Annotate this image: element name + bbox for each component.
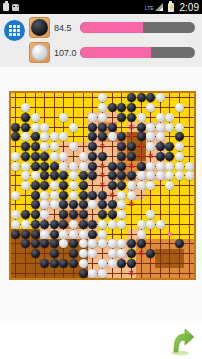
board-point-7-19[interactable]: [184, 151, 194, 161]
board-point-1-11[interactable]: [107, 93, 117, 103]
board-point-3-4[interactable]: [40, 112, 50, 122]
forward-arrow-button[interactable]: [166, 326, 196, 356]
board-point-9-4[interactable]: [40, 171, 50, 181]
board-point-7-7[interactable]: [69, 151, 79, 161]
board-point-14-12[interactable]: [117, 220, 127, 230]
board-point-8-8[interactable]: [78, 161, 88, 171]
board-point-10-4[interactable]: [40, 181, 50, 191]
board-point-3-10[interactable]: [98, 112, 108, 122]
board-point-13-11[interactable]: [107, 210, 117, 220]
board-point-5-5[interactable]: [50, 132, 60, 142]
board-point-3-16[interactable]: [155, 112, 165, 122]
board-point-18-1[interactable]: [11, 259, 21, 269]
board-point-3-5[interactable]: [50, 112, 60, 122]
board-point-1-19[interactable]: [184, 93, 194, 103]
board-point-5-16[interactable]: [155, 132, 165, 142]
board-point-14-5[interactable]: [50, 220, 60, 230]
board-point-19-8[interactable]: [78, 268, 88, 278]
board-point-4-18[interactable]: [175, 122, 185, 132]
board-point-14-14[interactable]: [136, 220, 146, 230]
board-point-15-19[interactable]: [184, 229, 194, 239]
board-point-9-3[interactable]: [30, 171, 40, 181]
board-point-5-11[interactable]: [107, 132, 117, 142]
board-point-3-2[interactable]: [21, 112, 31, 122]
board-point-2-7[interactable]: [69, 103, 79, 113]
board-point-10-17[interactable]: [165, 181, 175, 191]
board-point-8-2[interactable]: [21, 161, 31, 171]
board-point-5-7[interactable]: [69, 132, 79, 142]
board-point-1-5[interactable]: [50, 93, 60, 103]
board-point-12-1[interactable]: [11, 200, 21, 210]
board-point-12-16[interactable]: [155, 200, 165, 210]
board-point-17-2[interactable]: [21, 249, 31, 259]
board-point-17-7[interactable]: [69, 249, 79, 259]
board-point-4-4[interactable]: [40, 122, 50, 132]
board-point-5-8[interactable]: [78, 132, 88, 142]
board-point-18-4[interactable]: [40, 259, 50, 269]
board-point-19-12[interactable]: [117, 268, 127, 278]
board-point-11-16[interactable]: [155, 190, 165, 200]
board-point-17-19[interactable]: [184, 249, 194, 259]
board-point-8-14[interactable]: [136, 161, 146, 171]
board-point-1-8[interactable]: [78, 93, 88, 103]
go-board[interactable]: ××××××××××××××: [9, 91, 196, 280]
board-point-2-12[interactable]: [117, 103, 127, 113]
board-point-5-18[interactable]: [175, 132, 185, 142]
board-point-18-6[interactable]: [59, 259, 69, 269]
board-point-13-2[interactable]: [21, 210, 31, 220]
board-point-18-5[interactable]: [50, 259, 60, 269]
board-point-16-17[interactable]: [165, 239, 175, 249]
board-point-2-9[interactable]: [88, 103, 98, 113]
board-point-19-2[interactable]: [21, 268, 31, 278]
board-point-14-3[interactable]: [30, 220, 40, 230]
board-point-17-13[interactable]: [127, 249, 137, 259]
board-point-3-9[interactable]: [88, 112, 98, 122]
board-point-2-15[interactable]: [146, 103, 156, 113]
board-point-14-13[interactable]: [127, 220, 137, 230]
board-point-10-5[interactable]: [50, 181, 60, 191]
board-point-9-12[interactable]: [117, 171, 127, 181]
board-point-13-14[interactable]: [136, 210, 146, 220]
board-point-9-9[interactable]: [88, 171, 98, 181]
board-point-10-12[interactable]: [117, 181, 127, 191]
board-point-13-1[interactable]: [11, 210, 21, 220]
board-point-18-16[interactable]: [155, 259, 165, 269]
board-point-6-17[interactable]: [165, 142, 175, 152]
board-point-9-15[interactable]: [146, 171, 156, 181]
board-point-7-10[interactable]: [98, 151, 108, 161]
board-point-9-5[interactable]: [50, 171, 60, 181]
board-point-12-13[interactable]: ×: [127, 200, 137, 210]
board-point-1-7[interactable]: [69, 93, 79, 103]
board-point-7-17[interactable]: [165, 151, 175, 161]
board-point-17-14[interactable]: ×: [136, 249, 146, 259]
board-point-3-3[interactable]: [30, 112, 40, 122]
board-point-15-10[interactable]: [98, 229, 108, 239]
board-point-8-3[interactable]: [30, 161, 40, 171]
board-point-6-3[interactable]: [30, 142, 40, 152]
black-player-avatar[interactable]: [29, 17, 50, 38]
board-point-5-6[interactable]: [59, 132, 69, 142]
board-point-13-9[interactable]: [88, 210, 98, 220]
board-point-2-10[interactable]: [98, 103, 108, 113]
board-point-9-14[interactable]: [136, 171, 146, 181]
board-point-15-8[interactable]: [78, 229, 88, 239]
board-point-19-9[interactable]: [88, 268, 98, 278]
board-point-7-2[interactable]: [21, 151, 31, 161]
board-point-19-7[interactable]: [69, 268, 79, 278]
board-point-16-6[interactable]: [59, 239, 69, 249]
board-point-10-1[interactable]: [11, 181, 21, 191]
board-point-18-14[interactable]: [136, 259, 146, 269]
board-point-11-9[interactable]: [88, 190, 98, 200]
board-point-11-7[interactable]: [69, 190, 79, 200]
board-point-19-15[interactable]: [146, 268, 156, 278]
board-point-18-3[interactable]: [30, 259, 40, 269]
board-point-18-11[interactable]: [107, 259, 117, 269]
board-point-12-7[interactable]: [69, 200, 79, 210]
board-point-17-15[interactable]: [146, 249, 156, 259]
board-point-10-9[interactable]: [88, 181, 98, 191]
board-point-17-6[interactable]: [59, 249, 69, 259]
board-point-9-8[interactable]: [78, 171, 88, 181]
board-point-7-16[interactable]: [155, 151, 165, 161]
board-point-14-17[interactable]: [165, 220, 175, 230]
board-point-6-18[interactable]: [175, 142, 185, 152]
board-point-12-8[interactable]: [78, 200, 88, 210]
board-point-15-4[interactable]: [40, 229, 50, 239]
board-point-2-17[interactable]: [165, 103, 175, 113]
board-point-11-17[interactable]: [165, 190, 175, 200]
board-point-3-18[interactable]: [175, 112, 185, 122]
board-point-19-3[interactable]: [30, 268, 40, 278]
board-point-18-17[interactable]: [165, 259, 175, 269]
board-point-16-15[interactable]: [146, 239, 156, 249]
board-point-13-16[interactable]: [155, 210, 165, 220]
board-point-6-4[interactable]: [40, 142, 50, 152]
board-point-3-14[interactable]: [136, 112, 146, 122]
board-point-11-19[interactable]: [184, 190, 194, 200]
board-point-14-19[interactable]: [184, 220, 194, 230]
board-point-4-1[interactable]: [11, 122, 21, 132]
board-point-15-7[interactable]: [69, 229, 79, 239]
board-point-4-2[interactable]: [21, 122, 31, 132]
board-point-5-1[interactable]: [11, 132, 21, 142]
board-point-12-10[interactable]: [98, 200, 108, 210]
board-point-14-2[interactable]: [21, 220, 31, 230]
board-point-10-2[interactable]: [21, 181, 31, 191]
board-point-17-12[interactable]: [117, 249, 127, 259]
board-point-7-13[interactable]: [127, 151, 137, 161]
board-point-4-16[interactable]: [155, 122, 165, 132]
board-point-15-6[interactable]: [59, 229, 69, 239]
board-point-2-5[interactable]: [50, 103, 60, 113]
board-point-14-6[interactable]: [59, 220, 69, 230]
board-point-12-5[interactable]: [50, 200, 60, 210]
board-point-13-15[interactable]: [146, 210, 156, 220]
board-point-2-13[interactable]: [127, 103, 137, 113]
board-point-3-19[interactable]: [184, 112, 194, 122]
board-point-9-13[interactable]: [127, 171, 137, 181]
board-point-7-12[interactable]: [117, 151, 127, 161]
board-point-18-2[interactable]: [21, 259, 31, 269]
board-point-7-9[interactable]: [88, 151, 98, 161]
board-point-4-15[interactable]: [146, 122, 156, 132]
board-point-19-1[interactable]: [11, 268, 21, 278]
board-point-1-16[interactable]: [155, 93, 165, 103]
board-point-17-8[interactable]: [78, 249, 88, 259]
board-point-19-17[interactable]: [165, 268, 175, 278]
board-point-19-5[interactable]: [50, 268, 60, 278]
board-point-11-12[interactable]: [117, 190, 127, 200]
board-point-13-8[interactable]: [78, 210, 88, 220]
board-point-6-7[interactable]: [69, 142, 79, 152]
board-point-8-18[interactable]: [175, 161, 185, 171]
board-point-11-6[interactable]: [59, 190, 69, 200]
board-point-6-5[interactable]: [50, 142, 60, 152]
board-point-4-7[interactable]: [69, 122, 79, 132]
board-point-7-5[interactable]: [50, 151, 60, 161]
board-point-5-12[interactable]: [117, 132, 127, 142]
board-point-11-3[interactable]: [30, 190, 40, 200]
board-point-14-11[interactable]: [107, 220, 117, 230]
board-point-16-7[interactable]: [69, 239, 79, 249]
board-point-13-13[interactable]: [127, 210, 137, 220]
board-point-6-11[interactable]: [107, 142, 117, 152]
board-point-10-6[interactable]: [59, 181, 69, 191]
board-point-8-9[interactable]: [88, 161, 98, 171]
board-point-12-2[interactable]: [21, 200, 31, 210]
board-point-5-15[interactable]: [146, 132, 156, 142]
board-point-16-9[interactable]: [88, 239, 98, 249]
board-point-4-14[interactable]: [136, 122, 146, 132]
board-point-8-7[interactable]: [69, 161, 79, 171]
board-point-12-9[interactable]: [88, 200, 98, 210]
board-point-8-11[interactable]: [107, 161, 117, 171]
board-point-14-18[interactable]: [175, 220, 185, 230]
board-point-9-7[interactable]: [69, 171, 79, 181]
board-point-10-8[interactable]: [78, 181, 88, 191]
board-point-11-2[interactable]: [21, 190, 31, 200]
board-point-11-11[interactable]: ×: [107, 190, 117, 200]
board-point-5-4[interactable]: [40, 132, 50, 142]
board-point-2-19[interactable]: [184, 103, 194, 113]
board-point-9-2[interactable]: [21, 171, 31, 181]
board-point-14-9[interactable]: [88, 220, 98, 230]
board-point-11-8[interactable]: [78, 190, 88, 200]
board-point-8-5[interactable]: [50, 161, 60, 171]
board-point-16-10[interactable]: [98, 239, 108, 249]
board-point-9-11[interactable]: [107, 171, 117, 181]
board-point-11-15[interactable]: [146, 190, 156, 200]
board-point-17-5[interactable]: [50, 249, 60, 259]
board-point-6-19[interactable]: [184, 142, 194, 152]
board-point-10-14[interactable]: [136, 181, 146, 191]
board-point-16-16[interactable]: [155, 239, 165, 249]
board-point-19-14[interactable]: [136, 268, 146, 278]
board-point-19-13[interactable]: ×: [127, 268, 137, 278]
board-point-10-11[interactable]: [107, 181, 117, 191]
board-point-8-1[interactable]: [11, 161, 21, 171]
board-point-4-6[interactable]: [59, 122, 69, 132]
board-point-16-19[interactable]: [184, 239, 194, 249]
board-point-6-10[interactable]: ×: [98, 142, 108, 152]
board-point-12-18[interactable]: [175, 200, 185, 210]
board-point-3-8[interactable]: [78, 112, 88, 122]
board-point-9-6[interactable]: [59, 171, 69, 181]
board-point-3-11[interactable]: [107, 112, 117, 122]
board-point-12-17[interactable]: [165, 200, 175, 210]
board-point-6-8[interactable]: [78, 142, 88, 152]
board-point-7-18[interactable]: [175, 151, 185, 161]
board-point-12-14[interactable]: [136, 200, 146, 210]
board-point-12-4[interactable]: [40, 200, 50, 210]
board-point-1-2[interactable]: [21, 93, 31, 103]
board-point-11-5[interactable]: [50, 190, 60, 200]
board-point-3-17[interactable]: [165, 112, 175, 122]
board-point-15-15[interactable]: [146, 229, 156, 239]
board-point-8-6[interactable]: [59, 161, 69, 171]
board-point-2-1[interactable]: [11, 103, 21, 113]
board-point-12-6[interactable]: [59, 200, 69, 210]
board-point-15-2[interactable]: [21, 229, 31, 239]
board-point-15-14[interactable]: [136, 229, 146, 239]
board-point-17-18[interactable]: [175, 249, 185, 259]
board-point-10-3[interactable]: [30, 181, 40, 191]
board-point-17-9[interactable]: [88, 249, 98, 259]
board-point-18-7[interactable]: [69, 259, 79, 269]
board-point-14-16[interactable]: [155, 220, 165, 230]
board-point-2-3[interactable]: [30, 103, 40, 113]
board-point-19-10[interactable]: [98, 268, 108, 278]
board-point-5-13[interactable]: ×: [127, 132, 137, 142]
board-point-6-2[interactable]: [21, 142, 31, 152]
board-point-6-6[interactable]: [59, 142, 69, 152]
board-point-10-13[interactable]: [127, 181, 137, 191]
board-point-5-3[interactable]: [30, 132, 40, 142]
board-point-9-18[interactable]: [175, 171, 185, 181]
board-point-1-1[interactable]: [11, 93, 21, 103]
board-point-16-18[interactable]: [175, 239, 185, 249]
board-point-6-12[interactable]: [117, 142, 127, 152]
board-point-15-5[interactable]: [50, 229, 60, 239]
board-point-4-9[interactable]: [88, 122, 98, 132]
board-point-9-17[interactable]: [165, 171, 175, 181]
board-point-8-4[interactable]: [40, 161, 50, 171]
board-point-7-15[interactable]: ×: [146, 151, 156, 161]
board-point-12-15[interactable]: [146, 200, 156, 210]
board-point-15-3[interactable]: [30, 229, 40, 239]
board-point-3-15[interactable]: [146, 112, 156, 122]
board-point-15-1[interactable]: [11, 229, 21, 239]
board-point-12-3[interactable]: [30, 200, 40, 210]
board-point-5-19[interactable]: [184, 132, 194, 142]
board-point-5-2[interactable]: [21, 132, 31, 142]
board-point-15-17[interactable]: [165, 229, 175, 239]
app-grid-icon[interactable]: [4, 20, 25, 41]
board-point-15-11[interactable]: [107, 229, 117, 239]
board-point-17-10[interactable]: [98, 249, 108, 259]
board-point-8-17[interactable]: [165, 161, 175, 171]
board-point-16-5[interactable]: [50, 239, 60, 249]
board-point-14-1[interactable]: [11, 220, 21, 230]
board-point-7-11[interactable]: [107, 151, 117, 161]
board-point-16-12[interactable]: [117, 239, 127, 249]
board-point-15-18[interactable]: [175, 229, 185, 239]
board-point-16-1[interactable]: [11, 239, 21, 249]
board-point-15-12[interactable]: [117, 229, 127, 239]
board-point-1-13[interactable]: [127, 93, 137, 103]
board-point-10-18[interactable]: [175, 181, 185, 191]
board-point-16-4[interactable]: [40, 239, 50, 249]
board-point-1-14[interactable]: [136, 93, 146, 103]
board-point-17-16[interactable]: [155, 249, 165, 259]
board-point-12-11[interactable]: [107, 200, 117, 210]
board-point-12-12[interactable]: [117, 200, 127, 210]
board-point-18-9[interactable]: [88, 259, 98, 269]
board-point-17-1[interactable]: [11, 249, 21, 259]
board-point-19-19[interactable]: [184, 268, 194, 278]
board-point-2-16[interactable]: [155, 103, 165, 113]
board-point-16-13[interactable]: [127, 239, 137, 249]
board-point-6-14[interactable]: ×: [136, 142, 146, 152]
board-point-8-13[interactable]: ×: [127, 161, 137, 171]
board-point-13-5[interactable]: [50, 210, 60, 220]
board-point-15-16[interactable]: [155, 229, 165, 239]
board-point-10-7[interactable]: [69, 181, 79, 191]
board-point-14-7[interactable]: [69, 220, 79, 230]
board-point-6-16[interactable]: [155, 142, 165, 152]
board-point-3-7[interactable]: [69, 112, 79, 122]
board-point-2-14[interactable]: [136, 103, 146, 113]
board-point-4-5[interactable]: [50, 122, 60, 132]
board-point-19-16[interactable]: [155, 268, 165, 278]
board-point-15-13[interactable]: [127, 229, 137, 239]
board-point-4-10[interactable]: [98, 122, 108, 132]
board-point-15-9[interactable]: [88, 229, 98, 239]
board-point-6-13[interactable]: [127, 142, 137, 152]
board-point-3-13[interactable]: [127, 112, 137, 122]
board-point-5-9[interactable]: [88, 132, 98, 142]
board-point-6-1[interactable]: [11, 142, 21, 152]
board-point-9-1[interactable]: [11, 171, 21, 181]
board-point-7-1[interactable]: [11, 151, 21, 161]
board-point-13-3[interactable]: [30, 210, 40, 220]
board-point-18-18[interactable]: [175, 259, 185, 269]
board-point-14-15[interactable]: [146, 220, 156, 230]
board-point-7-8[interactable]: [78, 151, 88, 161]
board-point-13-12[interactable]: [117, 210, 127, 220]
board-point-11-4[interactable]: [40, 190, 50, 200]
board-point-16-3[interactable]: [30, 239, 40, 249]
board-point-3-1[interactable]: [11, 112, 21, 122]
board-point-6-15[interactable]: [146, 142, 156, 152]
board-point-4-12[interactable]: [117, 122, 127, 132]
board-point-1-10[interactable]: [98, 93, 108, 103]
board-point-17-17[interactable]: [165, 249, 175, 259]
board-point-13-17[interactable]: [165, 210, 175, 220]
board-point-4-19[interactable]: [184, 122, 194, 132]
board-point-2-6[interactable]: [59, 103, 69, 113]
board-point-9-16[interactable]: [155, 171, 165, 181]
board-point-3-6[interactable]: [59, 112, 69, 122]
board-point-6-9[interactable]: [88, 142, 98, 152]
board-point-7-6[interactable]: [59, 151, 69, 161]
board-point-19-18[interactable]: [175, 268, 185, 278]
board-point-11-10[interactable]: [98, 190, 108, 200]
board-point-18-8[interactable]: [78, 259, 88, 269]
